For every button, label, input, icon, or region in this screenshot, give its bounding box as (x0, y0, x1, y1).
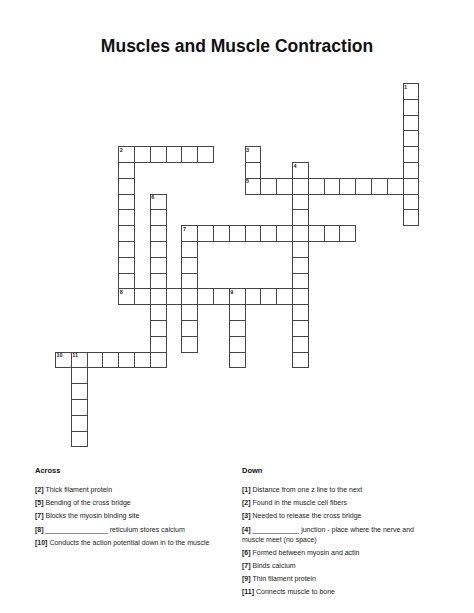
grid-cell (181, 288, 198, 305)
grid-cell (134, 146, 151, 163)
grid-cell (292, 304, 309, 321)
grid-cell (150, 352, 167, 369)
clue-item-text: Thick filament protein (46, 486, 113, 493)
grid-cell (166, 146, 183, 163)
grid-cell (181, 241, 198, 258)
clue-item: [11] Connects muscle to bone (242, 587, 438, 597)
clue-item-number: [6] (242, 549, 253, 556)
grid-cell (245, 288, 262, 305)
clue-item-number: [10] (35, 539, 49, 546)
clue-item-number: [8] (35, 526, 46, 533)
clue-item-text: Blocks the myosin binding site (46, 512, 140, 519)
grid-cell (292, 178, 309, 195)
grid-cell (150, 146, 167, 163)
grid-cell (292, 336, 309, 353)
grid-cell (292, 225, 309, 242)
grid-cell (197, 225, 214, 242)
grid-cell (102, 352, 119, 369)
clue-number: 10 (57, 353, 63, 359)
clue-item: [3] Needed to release the cross bridge (242, 511, 438, 521)
clue-item: [2] Thick filament protein (35, 485, 247, 495)
grid-cell (213, 225, 230, 242)
clue-item-text: ____________ junction - place where the … (242, 526, 414, 543)
worksheet-page: Muscles and Muscle Contraction 123456789… (0, 0, 474, 613)
clue-item-text: Conducts the action potential down in to… (49, 539, 209, 546)
clue-number: 3 (246, 148, 249, 154)
clue-number: 8 (120, 290, 123, 296)
grid-cell (181, 257, 198, 274)
clue-item-number: [4] (242, 526, 253, 533)
grid-cell (229, 225, 246, 242)
grid-cell (339, 225, 356, 242)
grid-cell (292, 257, 309, 274)
grid-cell (403, 194, 420, 211)
grid-cell (355, 178, 372, 195)
down-clue-list: [1] Distance from one z line to the next… (242, 485, 438, 597)
grid-cell (181, 146, 198, 163)
clue-item-number: [2] (242, 499, 253, 506)
grid-cell (260, 288, 277, 305)
grid-cell (292, 241, 309, 258)
grid-cell (150, 225, 167, 242)
clue-number: 2 (120, 148, 123, 154)
grid-cell (213, 288, 230, 305)
clue-number: 11 (72, 353, 78, 359)
clue-item: [7] Binds calcium (242, 561, 438, 571)
puzzle-title: Muscles and Muscle Contraction (0, 36, 474, 57)
grid-cell (197, 288, 214, 305)
grid-cell (118, 273, 135, 290)
clue-item-text: Thin filament protein (253, 575, 316, 582)
clue-item: [10] Conducts the action potential down … (35, 538, 247, 548)
clue-item: [8] ________________ reticulum stores ca… (35, 525, 247, 535)
grid-cell (292, 194, 309, 211)
clue-number: 9 (230, 290, 233, 296)
grid-cell (403, 146, 420, 163)
clue-item-number: [7] (35, 512, 46, 519)
clue-item: [9] Thin filament protein (242, 574, 438, 584)
clue-item-number: [7] (242, 562, 253, 569)
clue-item-text: Found in the muscle cell fibers (253, 499, 348, 506)
grid-cell (292, 273, 309, 290)
grid-cell (276, 178, 293, 195)
grid-cell (387, 178, 404, 195)
down-clues: Down [1] Distance from one z line to the… (242, 466, 438, 601)
grid-cell (403, 115, 420, 132)
grid-cell (118, 178, 135, 195)
grid-cell (292, 209, 309, 226)
grid-cell (118, 225, 135, 242)
grid-cell (181, 336, 198, 353)
grid-cell (308, 178, 325, 195)
grid-cell (403, 209, 420, 226)
grid-cell (276, 288, 293, 305)
grid-cell (276, 225, 293, 242)
grid-cell (118, 257, 135, 274)
grid-cell (371, 178, 388, 195)
clue-number: 4 (294, 164, 297, 170)
grid-cell (150, 336, 167, 353)
grid-cell (403, 178, 420, 195)
grid-cell (71, 431, 88, 448)
grid-cell (292, 352, 309, 369)
grid-cell (150, 241, 167, 258)
grid-cell (166, 288, 183, 305)
grid-cell (292, 288, 309, 305)
grid-cell (339, 178, 356, 195)
clue-item-text: Needed to release the cross bridge (253, 512, 362, 519)
across-clues: Across [2] Thick filament protein[5] Ben… (35, 466, 247, 551)
clue-item-number: [3] (242, 512, 253, 519)
clue-item-text: Bending of the cross bridge (46, 499, 131, 506)
grid-cell (308, 225, 325, 242)
grid-cell (71, 383, 88, 400)
clue-number: 6 (151, 195, 154, 201)
clue-number: 5 (246, 179, 249, 185)
clue-number: 1 (404, 85, 407, 91)
grid-cell (71, 415, 88, 432)
grid-cell (150, 209, 167, 226)
grid-cell (134, 352, 151, 369)
clue-item-number: [1] (242, 486, 253, 493)
clue-number: 7 (183, 227, 186, 233)
clue-item: [2] Found in the muscle cell fibers (242, 498, 438, 508)
grid-cell (260, 178, 277, 195)
grid-cell (134, 288, 151, 305)
clue-item-number: [11] (242, 588, 256, 595)
clue-item-text: Binds calcium (253, 562, 296, 569)
grid-cell (181, 320, 198, 337)
clue-item-text: ________________ reticulum stores calciu… (46, 526, 185, 533)
clue-item-text: Distance from one z line to the next (253, 486, 363, 493)
grid-cell (118, 241, 135, 258)
grid-cell (229, 352, 246, 369)
clue-item: [5] Bending of the cross bridge (35, 498, 247, 508)
grid-cell (245, 225, 262, 242)
grid-cell (181, 304, 198, 321)
grid-cell (245, 162, 262, 179)
grid-cell (150, 257, 167, 274)
grid-cell (403, 130, 420, 147)
grid-cell (229, 336, 246, 353)
grid-cell (118, 352, 135, 369)
grid-cell (229, 304, 246, 321)
grid-cell (150, 273, 167, 290)
grid-cell (71, 367, 88, 384)
grid-cell (324, 225, 341, 242)
grid-cell (292, 320, 309, 337)
grid-cell (324, 178, 341, 195)
clue-item-number: [9] (242, 575, 253, 582)
grid-cell (150, 320, 167, 337)
grid-cell (197, 146, 214, 163)
clue-item: [6] Formed between myosin and actin (242, 548, 438, 558)
clue-item-text: Connects muscle to bone (256, 588, 335, 595)
grid-cell (118, 162, 135, 179)
clue-item-number: [5] (35, 499, 46, 506)
grid-cell (71, 399, 88, 416)
grid-cell (87, 352, 104, 369)
clue-item: [7] Blocks the myosin binding site (35, 511, 247, 521)
crossword-grid: 1234567891011 (55, 83, 420, 448)
across-header: Across (35, 466, 247, 475)
grid-cell (118, 194, 135, 211)
grid-cell (403, 162, 420, 179)
clue-item: [4] ____________ junction - place where … (242, 525, 438, 545)
grid-cell (150, 288, 167, 305)
clue-item-number: [2] (35, 486, 46, 493)
down-header: Down (242, 466, 438, 475)
clue-item: [1] Distance from one z line to the next (242, 485, 438, 495)
grid-cell (181, 273, 198, 290)
grid-cell (150, 304, 167, 321)
grid-cell (403, 99, 420, 116)
grid-cell (229, 320, 246, 337)
clue-item-text: Formed between myosin and actin (253, 549, 360, 556)
grid-cell (260, 225, 277, 242)
across-clue-list: [2] Thick filament protein[5] Bending of… (35, 485, 247, 548)
grid-cell (118, 209, 135, 226)
